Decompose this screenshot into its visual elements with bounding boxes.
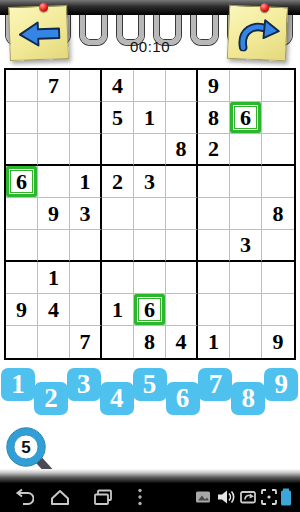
cell-r6c8[interactable]: 3	[230, 230, 262, 262]
cell-r1c8[interactable]	[230, 70, 262, 102]
sudoku-board: 749518682612393831941678419	[4, 68, 296, 360]
cell-r9c7[interactable]: 1	[198, 326, 230, 358]
cell-r6c7[interactable]	[198, 230, 230, 262]
cell-r6c9[interactable]	[262, 230, 294, 262]
volume-icon	[215, 487, 235, 507]
cell-digit: 4	[176, 331, 187, 353]
home-icon[interactable]	[48, 487, 72, 507]
cell-r8c1[interactable]: 9	[6, 294, 38, 326]
sudoku-app-screen: 00:10 749518682612393831941678419 123456…	[0, 0, 300, 512]
magnifier-count: 5	[21, 438, 30, 457]
cell-r7c5[interactable]	[134, 262, 166, 294]
cell-r5c4[interactable]	[102, 198, 134, 230]
cell-r9c2[interactable]	[38, 326, 70, 358]
cell-r9c3[interactable]: 7	[70, 326, 102, 358]
cell-r3c2[interactable]	[38, 134, 70, 166]
cell-r4c6[interactable]	[166, 166, 198, 198]
undo-button[interactable]	[8, 5, 69, 61]
cell-r2c4[interactable]: 5	[102, 102, 134, 134]
undo-arrow-left-icon	[15, 17, 62, 51]
magnifier-icon: 5	[6, 427, 54, 475]
cell-digit: 8	[208, 107, 219, 129]
cell-r3c8[interactable]	[230, 134, 262, 166]
cell-r7c4[interactable]	[102, 262, 134, 294]
cell-r7c3[interactable]	[70, 262, 102, 294]
cell-r7c8[interactable]	[230, 262, 262, 294]
cell-r6c6[interactable]	[166, 230, 198, 262]
cell-r5c8[interactable]	[230, 198, 262, 230]
cell-r6c4[interactable]	[102, 230, 134, 262]
cell-r9c5[interactable]: 8	[134, 326, 166, 358]
cell-r1c6[interactable]	[166, 70, 198, 102]
cell-r1c2[interactable]: 7	[38, 70, 70, 102]
cell-digit: 8	[176, 138, 187, 160]
cell-r3c1[interactable]	[6, 134, 38, 166]
cell-r4c4[interactable]: 2	[102, 166, 134, 198]
cell-r4c1[interactable]: 6	[6, 166, 38, 198]
cell-r7c7[interactable]	[198, 262, 230, 294]
cell-r8c7[interactable]	[198, 294, 230, 326]
cell-digit: 9	[273, 331, 284, 353]
cell-r6c5[interactable]	[134, 230, 166, 262]
cell-r9c4[interactable]	[102, 326, 134, 358]
cell-digit: 2	[112, 171, 123, 193]
cell-digit: 9	[48, 203, 59, 225]
cell-r2c7[interactable]: 8	[198, 102, 230, 134]
focus-icon	[259, 487, 279, 507]
cell-r4c9[interactable]	[262, 166, 294, 198]
cell-r2c2[interactable]	[38, 102, 70, 134]
cell-r8c5[interactable]: 6	[134, 294, 166, 326]
cell-r4c2[interactable]	[38, 166, 70, 198]
cell-digit: 7	[48, 75, 59, 97]
cell-r6c3[interactable]	[70, 230, 102, 262]
cell-digit: 1	[208, 331, 219, 353]
cell-r7c1[interactable]	[6, 262, 38, 294]
cell-r3c7[interactable]: 2	[198, 134, 230, 166]
cell-digit: 6	[144, 299, 155, 321]
cell-digit: 1	[144, 107, 155, 129]
cell-r5c9[interactable]: 8	[262, 198, 294, 230]
cell-digit: 8	[273, 203, 284, 225]
cell-r9c8[interactable]	[230, 326, 262, 358]
pad-digit-1[interactable]: 1	[1, 368, 35, 401]
cell-r5c2[interactable]: 9	[38, 198, 70, 230]
cell-r3c3[interactable]	[70, 134, 102, 166]
cell-r3c6[interactable]: 8	[166, 134, 198, 166]
pad-digit-7[interactable]: 7	[198, 368, 232, 401]
cell-digit: 8	[144, 331, 155, 353]
cell-digit: 6	[240, 107, 251, 129]
cell-digit: 5	[112, 107, 123, 129]
cell-digit: 6	[16, 171, 27, 193]
pad-digit-4[interactable]: 4	[100, 382, 134, 415]
pad-digit-9[interactable]: 9	[264, 368, 298, 401]
number-pad: 123456789	[0, 366, 300, 420]
cell-r5c1[interactable]	[6, 198, 38, 230]
cell-r3c5[interactable]	[134, 134, 166, 166]
pad-digit-5[interactable]: 5	[133, 368, 167, 401]
redo-button[interactable]	[227, 5, 288, 62]
cell-r1c3[interactable]	[70, 70, 102, 102]
cell-r9c1[interactable]	[6, 326, 38, 358]
cell-r2c9[interactable]	[262, 102, 294, 134]
cell-r3c4[interactable]	[102, 134, 134, 166]
cell-r8c8[interactable]	[230, 294, 262, 326]
cell-r2c1[interactable]	[6, 102, 38, 134]
cell-r2c5[interactable]: 1	[134, 102, 166, 134]
cell-r9c6[interactable]: 4	[166, 326, 198, 358]
cell-r6c1[interactable]	[6, 230, 38, 262]
cell-r1c4[interactable]: 4	[102, 70, 134, 102]
page-edge-shadow	[0, 469, 300, 483]
pin-icon	[260, 3, 269, 12]
cell-digit: 1	[80, 171, 91, 193]
cell-r8c9[interactable]	[262, 294, 294, 326]
cell-digit: 2	[208, 138, 219, 160]
redo-arrow-curved-icon	[234, 17, 281, 53]
screenshare-icon	[238, 487, 258, 507]
cell-r4c5[interactable]: 3	[134, 166, 166, 198]
photo-icon	[193, 487, 213, 507]
cell-r1c5[interactable]	[134, 70, 166, 102]
pad-digit-6[interactable]: 6	[166, 382, 200, 415]
cell-digit: 7	[80, 331, 91, 353]
cell-r6c2[interactable]	[38, 230, 70, 262]
cell-r4c7[interactable]	[198, 166, 230, 198]
cell-digit: 3	[80, 203, 91, 225]
android-navbar	[0, 483, 300, 512]
cell-r8c2[interactable]: 4	[38, 294, 70, 326]
cell-r1c7[interactable]: 9	[198, 70, 230, 102]
cell-r3c9[interactable]	[262, 134, 294, 166]
cell-digit: 9	[16, 299, 27, 321]
cell-digit: 1	[48, 267, 59, 289]
cell-digit: 4	[112, 75, 123, 97]
cell-r5c6[interactable]	[166, 198, 198, 230]
cell-digit: 9	[208, 75, 219, 97]
cell-r8c4[interactable]: 1	[102, 294, 134, 326]
cell-r4c3[interactable]: 1	[70, 166, 102, 198]
pad-digit-2[interactable]: 2	[34, 382, 68, 415]
cell-digit: 1	[112, 299, 123, 321]
cell-r7c6[interactable]	[166, 262, 198, 294]
back-icon[interactable]	[10, 487, 34, 507]
cell-r7c2[interactable]: 1	[38, 262, 70, 294]
cell-r1c9[interactable]	[262, 70, 294, 102]
cell-r2c6[interactable]	[166, 102, 198, 134]
cell-r5c3[interactable]: 3	[70, 198, 102, 230]
pad-digit-8[interactable]: 8	[231, 382, 265, 415]
cell-digit: 3	[240, 234, 251, 256]
cell-r2c3[interactable]	[70, 102, 102, 134]
cell-r8c6[interactable]	[166, 294, 198, 326]
recents-icon[interactable]	[91, 487, 115, 507]
cell-r2c8[interactable]: 6	[230, 102, 262, 134]
pad-digit-3[interactable]: 3	[67, 368, 101, 401]
pin-icon	[39, 3, 48, 12]
cell-r9c9[interactable]: 9	[262, 326, 294, 358]
cell-digit: 3	[144, 171, 155, 193]
cell-digit: 4	[48, 299, 59, 321]
magnifier-hint-button[interactable]: 5	[6, 427, 54, 475]
overflow-menu-icon[interactable]	[133, 487, 147, 507]
cell-r5c7[interactable]	[198, 198, 230, 230]
cell-r7c9[interactable]	[262, 262, 294, 294]
cell-r1c1[interactable]	[6, 70, 38, 102]
cell-r4c8[interactable]	[230, 166, 262, 198]
cell-r8c3[interactable]	[70, 294, 102, 326]
cell-r5c5[interactable]	[134, 198, 166, 230]
battery-icon	[278, 487, 294, 507]
